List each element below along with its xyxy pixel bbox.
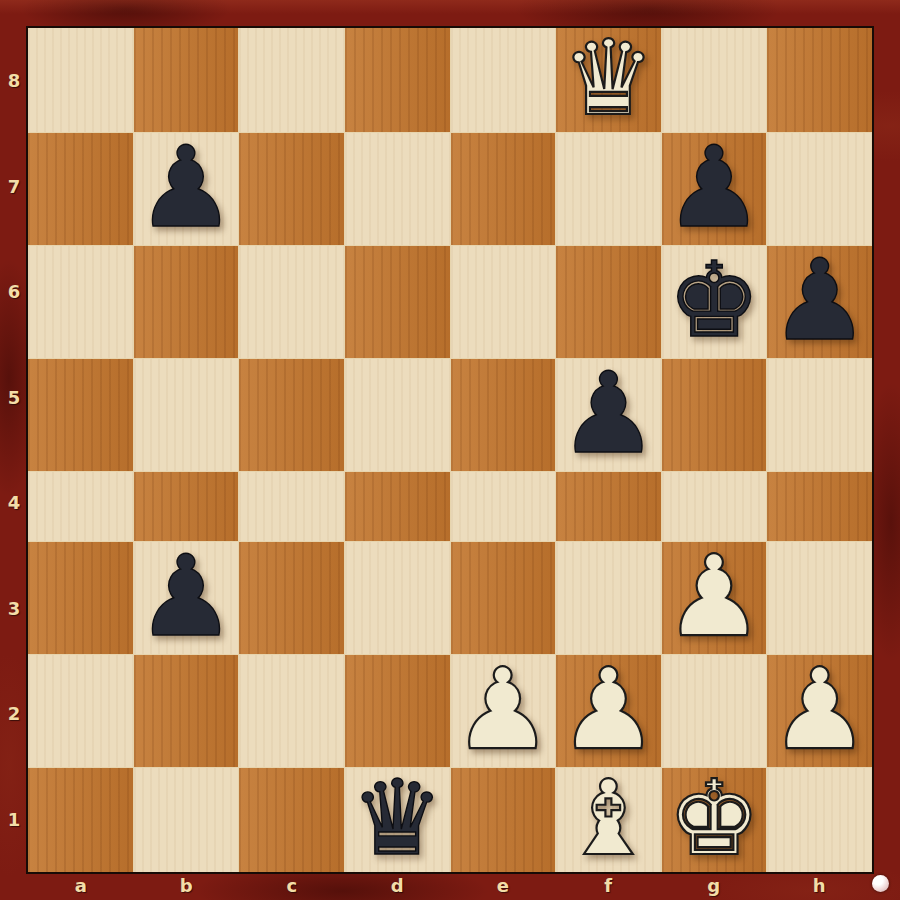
file-label-c: c xyxy=(239,870,345,900)
square-g5[interactable] xyxy=(662,359,767,471)
file-label-a: a xyxy=(28,870,134,900)
rank-labels: 87654321 xyxy=(0,28,28,872)
square-b1[interactable] xyxy=(134,768,239,872)
square-c7[interactable] xyxy=(239,133,344,245)
square-a6[interactable] xyxy=(28,246,133,358)
square-h4[interactable] xyxy=(767,472,872,541)
square-h2[interactable]: ♟ xyxy=(767,655,872,767)
square-b6[interactable] xyxy=(134,246,239,358)
file-label-b: b xyxy=(134,870,240,900)
square-e3[interactable] xyxy=(451,542,556,654)
piece-white-pawn-h2[interactable]: ♟ xyxy=(769,653,869,765)
file-label-g: g xyxy=(661,870,767,900)
square-d7[interactable] xyxy=(345,133,450,245)
square-d4[interactable] xyxy=(345,472,450,541)
piece-black-pawn-b3[interactable]: ♟ xyxy=(136,540,236,652)
square-d5[interactable] xyxy=(345,359,450,471)
square-h6[interactable]: ♟ xyxy=(767,246,872,358)
square-b2[interactable] xyxy=(134,655,239,767)
square-d2[interactable] xyxy=(345,655,450,767)
square-f7[interactable] xyxy=(556,133,661,245)
square-a3[interactable] xyxy=(28,542,133,654)
square-h3[interactable] xyxy=(767,542,872,654)
file-label-e: e xyxy=(450,870,556,900)
square-f1[interactable]: ♝ xyxy=(556,768,661,872)
file-label-d: d xyxy=(345,870,451,900)
piece-black-pawn-f5[interactable]: ♟ xyxy=(558,357,658,469)
piece-white-pawn-e2[interactable]: ♟ xyxy=(453,653,553,765)
rank-label-4: 4 xyxy=(0,450,28,556)
square-a4[interactable] xyxy=(28,472,133,541)
square-g2[interactable] xyxy=(662,655,767,767)
piece-black-pawn-g7[interactable]: ♟ xyxy=(664,131,764,243)
rank-label-2: 2 xyxy=(0,661,28,767)
square-b5[interactable] xyxy=(134,359,239,471)
rank-label-6: 6 xyxy=(0,239,28,345)
square-e2[interactable]: ♟ xyxy=(451,655,556,767)
square-g1[interactable]: ♚ xyxy=(662,768,767,872)
piece-black-pawn-h6[interactable]: ♟ xyxy=(769,244,869,356)
square-g6[interactable]: ♚ xyxy=(662,246,767,358)
piece-white-pawn-f2[interactable]: ♟ xyxy=(558,653,658,765)
rank-label-5: 5 xyxy=(0,345,28,451)
square-c1[interactable] xyxy=(239,768,344,872)
square-e7[interactable] xyxy=(451,133,556,245)
piece-white-queen-f8[interactable]: ♛ xyxy=(562,26,655,130)
square-d6[interactable] xyxy=(345,246,450,358)
square-h8[interactable] xyxy=(767,28,872,132)
rank-label-8: 8 xyxy=(0,28,28,134)
file-labels: abcdefgh xyxy=(28,870,872,900)
piece-white-bishop-f1[interactable]: ♝ xyxy=(562,766,655,870)
square-c8[interactable] xyxy=(239,28,344,132)
square-c2[interactable] xyxy=(239,655,344,767)
piece-black-pawn-b7[interactable]: ♟ xyxy=(136,131,236,243)
square-b8[interactable] xyxy=(134,28,239,132)
square-h7[interactable] xyxy=(767,133,872,245)
square-c6[interactable] xyxy=(239,246,344,358)
chess-board: ♛♟♟♚♟♟♟♟♟♟♟♛♝♚ xyxy=(28,28,872,872)
square-a7[interactable] xyxy=(28,133,133,245)
rank-label-7: 7 xyxy=(0,134,28,240)
square-e8[interactable] xyxy=(451,28,556,132)
square-d8[interactable] xyxy=(345,28,450,132)
file-label-h: h xyxy=(767,870,873,900)
piece-black-king-g6[interactable]: ♚ xyxy=(667,248,760,352)
square-b3[interactable]: ♟ xyxy=(134,542,239,654)
rank-label-1: 1 xyxy=(0,767,28,873)
square-e1[interactable] xyxy=(451,768,556,872)
square-f3[interactable] xyxy=(556,542,661,654)
square-a5[interactable] xyxy=(28,359,133,471)
square-c3[interactable] xyxy=(239,542,344,654)
square-b7[interactable]: ♟ xyxy=(134,133,239,245)
square-h1[interactable] xyxy=(767,768,872,872)
square-d1[interactable]: ♛ xyxy=(345,768,450,872)
side-to-move-indicator xyxy=(872,875,889,892)
square-g3[interactable]: ♟ xyxy=(662,542,767,654)
file-label-f: f xyxy=(556,870,662,900)
square-g8[interactable] xyxy=(662,28,767,132)
square-a1[interactable] xyxy=(28,768,133,872)
square-h5[interactable] xyxy=(767,359,872,471)
piece-white-pawn-g3[interactable]: ♟ xyxy=(664,540,764,652)
square-c4[interactable] xyxy=(239,472,344,541)
square-f6[interactable] xyxy=(556,246,661,358)
chess-board-frame: 87654321 ♛♟♟♚♟♟♟♟♟♟♟♛♝♚ abcdefgh xyxy=(0,0,900,900)
square-f2[interactable]: ♟ xyxy=(556,655,661,767)
rank-label-3: 3 xyxy=(0,556,28,662)
piece-black-queen-d1[interactable]: ♛ xyxy=(351,766,444,870)
square-e5[interactable] xyxy=(451,359,556,471)
square-g7[interactable]: ♟ xyxy=(662,133,767,245)
square-e6[interactable] xyxy=(451,246,556,358)
square-f4[interactable] xyxy=(556,472,661,541)
square-f5[interactable]: ♟ xyxy=(556,359,661,471)
square-f8[interactable]: ♛ xyxy=(556,28,661,132)
square-a8[interactable] xyxy=(28,28,133,132)
square-c5[interactable] xyxy=(239,359,344,471)
square-e4[interactable] xyxy=(451,472,556,541)
square-a2[interactable] xyxy=(28,655,133,767)
piece-white-king-g1[interactable]: ♚ xyxy=(667,766,760,870)
square-d3[interactable] xyxy=(345,542,450,654)
